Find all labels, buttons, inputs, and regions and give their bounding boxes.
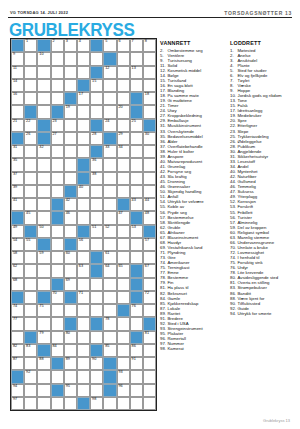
grid-cell[interactable]: [90, 291, 103, 304]
grid-cell[interactable]: [143, 278, 156, 291]
grid-cell[interactable]: [130, 251, 143, 264]
grid-cell[interactable]: 97: [11, 397, 24, 410]
clue-number: 58: [13, 252, 17, 256]
grid-cell[interactable]: [90, 92, 103, 105]
grid-cell[interactable]: 30: [143, 132, 156, 145]
grid-cell[interactable]: [37, 384, 50, 397]
grid-cell[interactable]: 3: [64, 39, 77, 52]
grid-cell[interactable]: [24, 304, 37, 317]
grid-cell[interactable]: [24, 198, 37, 211]
grid-cell[interactable]: [143, 344, 156, 357]
grid-cell[interactable]: [143, 52, 156, 65]
grid-cell[interactable]: [90, 52, 103, 65]
grid-cell[interactable]: [103, 158, 116, 171]
grid-cell[interactable]: 35: [11, 158, 24, 171]
grid-cell[interactable]: [77, 278, 90, 291]
grid-cell[interactable]: [143, 105, 156, 118]
block-cell: [130, 92, 143, 105]
grid-cell[interactable]: 39: [11, 185, 24, 198]
grid-cell[interactable]: [24, 384, 37, 397]
grid-cell[interactable]: [64, 145, 77, 158]
grid-cell[interactable]: [77, 331, 90, 344]
grid-cell[interactable]: [103, 304, 116, 317]
grid-cell[interactable]: 93: [117, 370, 130, 383]
grid-cell[interactable]: [143, 158, 156, 171]
grid-cell[interactable]: 22: [24, 119, 37, 132]
grid-cell[interactable]: 92: [24, 370, 37, 383]
block-cell: [51, 357, 64, 370]
block-cell: [90, 264, 103, 277]
grid-cell[interactable]: [64, 66, 77, 79]
grid-cell[interactable]: 2: [51, 39, 64, 52]
grid-cell[interactable]: 44: [143, 198, 156, 211]
grid-cell[interactable]: [24, 172, 37, 185]
grid-cell[interactable]: [130, 185, 143, 198]
grid-cell[interactable]: [117, 92, 130, 105]
grid-cell[interactable]: 62: [11, 264, 24, 277]
grid-cell[interactable]: 34: [117, 145, 130, 158]
grid-cell[interactable]: 64: [103, 264, 116, 277]
grid-cell[interactable]: [77, 145, 90, 158]
grid-cell[interactable]: 41: [11, 198, 24, 211]
grid-cell[interactable]: [103, 278, 116, 291]
grid-cell[interactable]: [77, 304, 90, 317]
grid-cell[interactable]: [51, 52, 64, 65]
clue-item: 98.Kamerat: [160, 346, 226, 351]
grid-cell[interactable]: [77, 119, 90, 132]
grid-cell[interactable]: 75: [37, 304, 50, 317]
grid-cell[interactable]: [64, 397, 77, 410]
grid-cell[interactable]: [51, 251, 64, 264]
clue-number: 8: [145, 40, 147, 44]
grid-cell[interactable]: [117, 238, 130, 251]
grid-cell[interactable]: [90, 198, 103, 211]
grid-cell[interactable]: 28: [90, 132, 103, 145]
block-cell: [117, 304, 130, 317]
clue-number: 19: [66, 106, 70, 110]
grid-cell[interactable]: [117, 317, 130, 330]
grid-cell[interactable]: [51, 185, 64, 198]
grid-cell[interactable]: [103, 185, 116, 198]
grid-cell[interactable]: 26: [24, 132, 37, 145]
grid-cell[interactable]: [117, 397, 130, 410]
grid-cell[interactable]: [77, 66, 90, 79]
block-cell: [37, 132, 50, 145]
grid-cell[interactable]: [24, 278, 37, 291]
section-title: TORSDAGSNØTTER 13: [224, 10, 292, 16]
grid-cell[interactable]: [64, 225, 77, 238]
grid-cell[interactable]: 82: [11, 344, 24, 357]
grid-cell[interactable]: 38: [90, 172, 103, 185]
block-cell: [24, 331, 37, 344]
grid-cell[interactable]: 33: [103, 145, 116, 158]
grid-cell[interactable]: [143, 370, 156, 383]
grid-cell[interactable]: 79: [37, 331, 50, 344]
grid-cell[interactable]: [77, 370, 90, 383]
grid-cell[interactable]: 40: [77, 185, 90, 198]
grid-cell[interactable]: [51, 304, 64, 317]
grid-cell[interactable]: [64, 264, 77, 277]
grid-cell[interactable]: [143, 397, 156, 410]
grid-cell[interactable]: 9: [11, 52, 24, 65]
grid-cell[interactable]: 59: [37, 251, 50, 264]
grid-cell[interactable]: [77, 317, 90, 330]
grid-cell[interactable]: [51, 225, 64, 238]
grid-cell[interactable]: [37, 211, 50, 224]
grid-cell[interactable]: [51, 172, 64, 185]
grid-cell[interactable]: [117, 225, 130, 238]
grid-cell[interactable]: [117, 344, 130, 357]
grid-cell[interactable]: [103, 79, 116, 92]
grid-cell[interactable]: 87: [11, 357, 24, 370]
grid-cell[interactable]: 83: [24, 344, 37, 357]
clue-number: 80: [66, 332, 70, 336]
grid-cell[interactable]: 85: [103, 344, 116, 357]
grid-cell[interactable]: 4: [77, 39, 90, 52]
down-heading: LODDRETT: [230, 40, 298, 46]
grid-cell[interactable]: [90, 331, 103, 344]
grid-cell[interactable]: 69: [64, 278, 77, 291]
grid-cell[interactable]: 24: [103, 119, 116, 132]
clue-number: 59: [39, 252, 43, 256]
grid-cell[interactable]: [117, 172, 130, 185]
grid-cell[interactable]: 63: [77, 264, 90, 277]
grid-cell[interactable]: 10: [37, 52, 50, 65]
block-cell: [11, 370, 24, 383]
block-cell: [90, 344, 103, 357]
grid-cell[interactable]: 7: [130, 39, 143, 52]
clue-number: 35: [13, 159, 17, 163]
grid-cell[interactable]: [37, 397, 50, 410]
grid-cell[interactable]: 72: [143, 291, 156, 304]
grid-cell[interactable]: 25: [130, 119, 143, 132]
grid-cell[interactable]: [64, 344, 77, 357]
grid-cell[interactable]: [37, 66, 50, 79]
grid-cell[interactable]: [130, 384, 143, 397]
grid-cell[interactable]: [24, 66, 37, 79]
grid-cell[interactable]: [143, 304, 156, 317]
grid-cell[interactable]: [37, 79, 50, 92]
grid-cell[interactable]: 89: [64, 357, 77, 370]
grid-cell[interactable]: 19: [64, 105, 77, 118]
grid-cell[interactable]: [37, 185, 50, 198]
grid-cell[interactable]: [90, 370, 103, 383]
grid-cell[interactable]: [130, 145, 143, 158]
grid-cell[interactable]: 29: [117, 132, 130, 145]
grid-cell[interactable]: [143, 66, 156, 79]
grid-cell[interactable]: 45: [24, 211, 37, 224]
grid-cell[interactable]: [24, 185, 37, 198]
grid-cell[interactable]: [24, 158, 37, 171]
grid-cell[interactable]: [64, 172, 77, 185]
grid-cell[interactable]: [117, 278, 130, 291]
block-cell: [90, 66, 103, 79]
grid-cell[interactable]: [37, 105, 50, 118]
grid-cell[interactable]: [64, 132, 77, 145]
grid-cell[interactable]: [77, 251, 90, 264]
grid-cell[interactable]: 5: [103, 39, 116, 52]
grid-cell[interactable]: 15: [90, 79, 103, 92]
grid-cell[interactable]: [77, 52, 90, 65]
clue-number: 38: [92, 173, 96, 177]
grid-cell[interactable]: [37, 370, 50, 383]
grid-cell[interactable]: 95: [64, 384, 77, 397]
clue-number: 93: [118, 371, 122, 375]
clue-number: 30: [145, 133, 149, 137]
grid-cell[interactable]: [90, 211, 103, 224]
block-cell: [77, 225, 90, 238]
grid-cell[interactable]: [103, 105, 116, 118]
grid-cell[interactable]: [130, 132, 143, 145]
grid-cell[interactable]: [64, 52, 77, 65]
grid-cell[interactable]: 61: [103, 251, 116, 264]
grid-cell[interactable]: [51, 145, 64, 158]
grid-cell[interactable]: [103, 291, 116, 304]
grid-cell[interactable]: [24, 264, 37, 277]
grid-cell[interactable]: [90, 384, 103, 397]
grid-cell[interactable]: 46: [64, 211, 77, 224]
grid-cell[interactable]: [130, 52, 143, 65]
grid-cell[interactable]: [37, 198, 50, 211]
grid-cell[interactable]: [130, 158, 143, 171]
grid-cell[interactable]: [51, 317, 64, 330]
grid-cell[interactable]: [77, 105, 90, 118]
grid-cell[interactable]: [103, 238, 116, 251]
grid-cell[interactable]: [103, 397, 116, 410]
grid-cell[interactable]: [143, 357, 156, 370]
grid-cell[interactable]: [130, 317, 143, 330]
grid-cell[interactable]: [64, 370, 77, 383]
grid-cell[interactable]: [117, 119, 130, 132]
clue-number: 62: [13, 265, 17, 269]
grid-cell[interactable]: [103, 172, 116, 185]
clue-number: 13: [132, 67, 136, 71]
grid-cell[interactable]: 84: [51, 344, 64, 357]
grid-cell[interactable]: 90: [90, 357, 103, 370]
grid-cell[interactable]: [51, 92, 64, 105]
grid-cell[interactable]: 94: [11, 384, 24, 397]
grid-cell[interactable]: [117, 66, 130, 79]
grid-cell[interactable]: [77, 344, 90, 357]
grid-cell[interactable]: [64, 79, 77, 92]
grid-cell[interactable]: 32: [37, 145, 50, 158]
grid-cell[interactable]: [130, 79, 143, 92]
grid-cell[interactable]: [51, 397, 64, 410]
grid-cell[interactable]: [130, 238, 143, 251]
grid-cell[interactable]: [103, 211, 116, 224]
grid-cell[interactable]: [117, 79, 130, 92]
grid-cell[interactable]: 43: [130, 198, 143, 211]
grid-cell[interactable]: [90, 278, 103, 291]
grid-cell[interactable]: [37, 264, 50, 277]
grid-cell[interactable]: [77, 211, 90, 224]
grid-cell[interactable]: [24, 397, 37, 410]
grid-cell[interactable]: [51, 331, 64, 344]
grid-cell[interactable]: 13: [130, 66, 143, 79]
block-cell: [37, 291, 50, 304]
grid-cell[interactable]: [24, 52, 37, 65]
grid-cell[interactable]: 71: [77, 291, 90, 304]
grid-cell[interactable]: [11, 105, 24, 118]
grid-cell[interactable]: 76: [130, 304, 143, 317]
grid-cell[interactable]: 50: [37, 225, 50, 238]
grid-cell[interactable]: [51, 66, 64, 79]
grid-cell[interactable]: [143, 172, 156, 185]
clue-number: 52: [105, 226, 109, 230]
grid-cell[interactable]: 37: [11, 172, 24, 185]
grid-cell[interactable]: [11, 331, 24, 344]
grid-cell[interactable]: 6: [117, 39, 130, 52]
grid-cell[interactable]: [37, 172, 50, 185]
grid-cell[interactable]: 23: [51, 119, 64, 132]
grid-cell[interactable]: [143, 384, 156, 397]
grid-cell[interactable]: [117, 251, 130, 264]
clue-number: 20: [118, 106, 122, 110]
grid-cell[interactable]: 21: [11, 119, 24, 132]
grid-cell[interactable]: 77: [11, 317, 24, 330]
grid-cell[interactable]: [64, 119, 77, 132]
grid-cell[interactable]: [24, 92, 37, 105]
grid-cell[interactable]: [103, 92, 116, 105]
grid-cell[interactable]: [103, 331, 116, 344]
grid-cell[interactable]: [77, 384, 90, 397]
clue-number: 67: [145, 265, 149, 269]
grid-cell[interactable]: 51: [90, 225, 103, 238]
grid-cell[interactable]: 54: [11, 238, 24, 251]
block-cell: [103, 357, 116, 370]
grid-cell[interactable]: [51, 79, 64, 92]
grid-cell[interactable]: [24, 251, 37, 264]
grid-cell[interactable]: 80: [64, 331, 77, 344]
grid-cell[interactable]: 78: [103, 317, 116, 330]
grid-cell[interactable]: [24, 145, 37, 158]
grid-cell[interactable]: 70: [51, 291, 64, 304]
grid-cell[interactable]: [143, 79, 156, 92]
grid-cell[interactable]: 98: [90, 397, 103, 410]
block-cell: [37, 238, 50, 251]
grid-cell[interactable]: [117, 158, 130, 171]
grid-cell[interactable]: 17: [77, 92, 90, 105]
grid-cell[interactable]: 58: [11, 251, 24, 264]
grid-cell[interactable]: 27: [51, 132, 64, 145]
block-cell: [90, 317, 103, 330]
clue-number: 36: [92, 159, 96, 163]
grid-cell[interactable]: [117, 185, 130, 198]
grid-cell[interactable]: [24, 357, 37, 370]
block-cell: [90, 119, 103, 132]
grid-cell[interactable]: 36: [90, 158, 103, 171]
clue-item: 94.Uttrykk for smerte: [230, 311, 298, 316]
grid-cell[interactable]: [130, 172, 143, 185]
clue-number: 68: [13, 279, 17, 283]
grid-cell[interactable]: [143, 251, 156, 264]
grid-cell[interactable]: 42: [64, 198, 77, 211]
grid-cell[interactable]: 1: [24, 39, 37, 52]
grid-cell[interactable]: 96: [117, 384, 130, 397]
grid-cell[interactable]: [117, 52, 130, 65]
grid-cell[interactable]: [24, 291, 37, 304]
grid-cell[interactable]: 49: [11, 225, 24, 238]
grid-cell[interactable]: [90, 185, 103, 198]
grid-cell[interactable]: 86: [130, 344, 143, 357]
grid-cell[interactable]: 55: [24, 238, 37, 251]
grid-cell[interactable]: [37, 278, 50, 291]
grid-cell[interactable]: 57: [143, 238, 156, 251]
grid-cell[interactable]: [117, 331, 130, 344]
grid-cell[interactable]: [77, 357, 90, 370]
grid-cell[interactable]: 56: [77, 238, 90, 251]
grid-cell[interactable]: 14: [11, 79, 24, 92]
grid-cell[interactable]: [64, 304, 77, 317]
grid-cell[interactable]: [77, 198, 90, 211]
grid-cell[interactable]: [24, 317, 37, 330]
grid-cell[interactable]: 74: [11, 304, 24, 317]
grid-cell[interactable]: [64, 158, 77, 171]
grid-cell[interactable]: [37, 92, 50, 105]
grid-cell[interactable]: [51, 370, 64, 383]
clue-number: 47: [118, 212, 122, 216]
grid-cell[interactable]: 91: [130, 357, 143, 370]
grid-cell[interactable]: [90, 238, 103, 251]
grid-cell[interactable]: [51, 264, 64, 277]
grid-cell[interactable]: [143, 145, 156, 158]
grid-cell[interactable]: 52: [103, 225, 116, 238]
clue-number: 27: [52, 133, 56, 137]
grid-cell[interactable]: [117, 291, 130, 304]
grid-cell[interactable]: 8: [143, 39, 156, 52]
grid-cell[interactable]: 16: [11, 92, 24, 105]
grid-cell[interactable]: [51, 238, 64, 251]
grid-cell[interactable]: 18: [143, 92, 156, 105]
grid-cell[interactable]: [117, 357, 130, 370]
block-cell: [37, 344, 50, 357]
clue-number: 18: [145, 93, 149, 97]
grid-cell[interactable]: 65: [117, 264, 130, 277]
grid-cell[interactable]: [143, 185, 156, 198]
grid-cell[interactable]: [90, 105, 103, 118]
grid-cell[interactable]: 67: [143, 264, 156, 277]
grid-cell[interactable]: 11: [11, 66, 24, 79]
across-heading: VANNRETT: [160, 40, 226, 46]
block-cell: [103, 370, 116, 383]
block-cell: [130, 211, 143, 224]
grid-cell[interactable]: [37, 317, 50, 330]
grid-cell[interactable]: 81: [143, 331, 156, 344]
grid-cell[interactable]: [130, 370, 143, 383]
grid-cell[interactable]: [24, 79, 37, 92]
grid-cell[interactable]: 20: [117, 105, 130, 118]
grid-cell[interactable]: 88: [37, 357, 50, 370]
grid-cell[interactable]: [130, 397, 143, 410]
grid-cell[interactable]: 68: [11, 278, 24, 291]
block-cell: [130, 331, 143, 344]
grid-cell[interactable]: [77, 132, 90, 145]
grid-cell[interactable]: 31: [11, 145, 24, 158]
block-cell: [103, 132, 116, 145]
grid-cell[interactable]: [51, 158, 64, 171]
block-cell: [103, 384, 116, 397]
grid-cell[interactable]: [90, 304, 103, 317]
grid-cell[interactable]: 60: [64, 251, 77, 264]
grid-cell[interactable]: [103, 198, 116, 211]
grid-cell[interactable]: 47: [117, 211, 130, 224]
grid-cell[interactable]: 12: [103, 66, 116, 79]
grid-cell[interactable]: 48: [143, 211, 156, 224]
grid-cell[interactable]: [37, 158, 50, 171]
down-clue-list: 1.Møtested2.Anelse3.Ansiktsdel4.Plante5.…: [230, 48, 298, 316]
clue-number: 7: [132, 40, 134, 44]
grid-cell[interactable]: 53: [130, 225, 143, 238]
